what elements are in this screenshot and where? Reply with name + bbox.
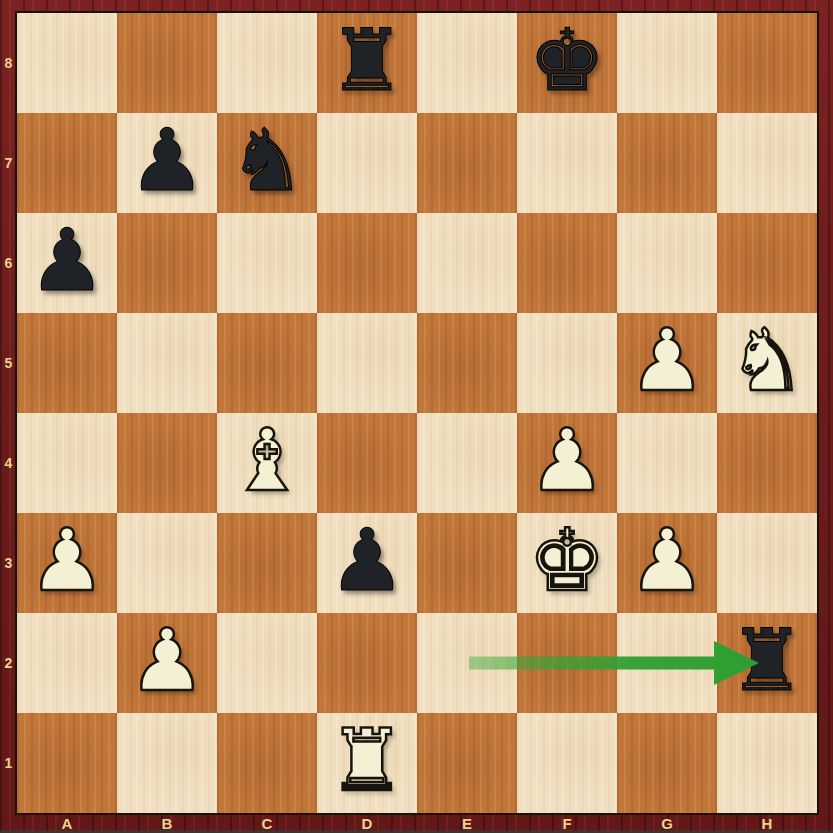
- square-g7[interactable]: [617, 113, 717, 213]
- square-h2[interactable]: ♜: [717, 613, 817, 713]
- square-b6[interactable]: [117, 213, 217, 313]
- square-c1[interactable]: [217, 713, 317, 813]
- square-e7[interactable]: [417, 113, 517, 213]
- square-a4[interactable]: [17, 413, 117, 513]
- square-b3[interactable]: [117, 513, 217, 613]
- file-label-G: G: [617, 813, 717, 833]
- piece-white-pawn-g3[interactable]: ♟: [628, 510, 705, 610]
- piece-black-pawn-a6[interactable]: ♟: [28, 210, 105, 310]
- square-a5[interactable]: [17, 313, 117, 413]
- square-f1[interactable]: [517, 713, 617, 813]
- square-c8[interactable]: [217, 13, 317, 113]
- square-f6[interactable]: [517, 213, 617, 313]
- file-label-H: H: [717, 813, 817, 833]
- square-b1[interactable]: [117, 713, 217, 813]
- square-a7[interactable]: [17, 113, 117, 213]
- file-labels: ABCDEFGH: [17, 813, 817, 833]
- piece-black-knight-c7[interactable]: ♞: [228, 110, 305, 210]
- square-a2[interactable]: [17, 613, 117, 713]
- square-b2[interactable]: ♟: [117, 613, 217, 713]
- square-a6[interactable]: ♟: [17, 213, 117, 313]
- square-g4[interactable]: [617, 413, 717, 513]
- square-d1[interactable]: ♜: [317, 713, 417, 813]
- square-c2[interactable]: [217, 613, 317, 713]
- square-g1[interactable]: [617, 713, 717, 813]
- square-h8[interactable]: [717, 13, 817, 113]
- square-c4[interactable]: ♝: [217, 413, 317, 513]
- square-b5[interactable]: [117, 313, 217, 413]
- square-h6[interactable]: [717, 213, 817, 313]
- square-b8[interactable]: [117, 13, 217, 113]
- square-b7[interactable]: ♟: [117, 113, 217, 213]
- square-b4[interactable]: [117, 413, 217, 513]
- file-label-B: B: [117, 813, 217, 833]
- file-label-E: E: [417, 813, 517, 833]
- piece-white-king-f3[interactable]: ♚: [528, 510, 605, 610]
- square-g2[interactable]: [617, 613, 717, 713]
- square-g3[interactable]: ♟: [617, 513, 717, 613]
- piece-black-rook-h2[interactable]: ♜: [728, 610, 805, 710]
- chess-board[interactable]: ♜♚♟♞♟♟♞♝♟♟♟♚♟♟♜♜: [15, 11, 819, 815]
- square-d2[interactable]: [317, 613, 417, 713]
- square-g8[interactable]: [617, 13, 717, 113]
- square-e4[interactable]: [417, 413, 517, 513]
- square-h3[interactable]: [717, 513, 817, 613]
- square-a8[interactable]: [17, 13, 117, 113]
- file-label-A: A: [17, 813, 117, 833]
- piece-white-pawn-f4[interactable]: ♟: [528, 410, 605, 510]
- file-label-F: F: [517, 813, 617, 833]
- square-a3[interactable]: ♟: [17, 513, 117, 613]
- square-f7[interactable]: [517, 113, 617, 213]
- piece-white-pawn-a3[interactable]: ♟: [28, 510, 105, 610]
- square-f4[interactable]: ♟: [517, 413, 617, 513]
- square-a1[interactable]: [17, 713, 117, 813]
- square-h5[interactable]: ♞: [717, 313, 817, 413]
- piece-white-knight-h5[interactable]: ♞: [728, 310, 805, 410]
- square-f5[interactable]: [517, 313, 617, 413]
- piece-white-pawn-g5[interactable]: ♟: [628, 310, 705, 410]
- piece-white-pawn-b2[interactable]: ♟: [128, 610, 205, 710]
- square-c5[interactable]: [217, 313, 317, 413]
- square-e1[interactable]: [417, 713, 517, 813]
- square-h7[interactable]: [717, 113, 817, 213]
- square-h4[interactable]: [717, 413, 817, 513]
- square-c6[interactable]: [217, 213, 317, 313]
- square-e2[interactable]: [417, 613, 517, 713]
- square-e3[interactable]: [417, 513, 517, 613]
- piece-black-rook-d8[interactable]: ♜: [328, 10, 405, 110]
- piece-black-pawn-d3[interactable]: ♟: [328, 510, 405, 610]
- square-f8[interactable]: ♚: [517, 13, 617, 113]
- board-frame: 87654321 ♜♚♟♞♟♟♞♝♟♟♟♚♟♟♜♜ ABCDEFGH: [0, 0, 833, 833]
- square-d4[interactable]: [317, 413, 417, 513]
- square-g5[interactable]: ♟: [617, 313, 717, 413]
- square-c3[interactable]: [217, 513, 317, 613]
- square-d5[interactable]: [317, 313, 417, 413]
- square-f3[interactable]: ♚: [517, 513, 617, 613]
- square-g6[interactable]: [617, 213, 717, 313]
- square-e8[interactable]: [417, 13, 517, 113]
- file-label-D: D: [317, 813, 417, 833]
- square-e6[interactable]: [417, 213, 517, 313]
- square-h1[interactable]: [717, 713, 817, 813]
- file-label-C: C: [217, 813, 317, 833]
- piece-white-bishop-c4[interactable]: ♝: [228, 410, 305, 510]
- piece-black-king-f8[interactable]: ♚: [528, 10, 605, 110]
- piece-white-rook-d1[interactable]: ♜: [328, 710, 405, 810]
- square-d3[interactable]: ♟: [317, 513, 417, 613]
- square-e5[interactable]: [417, 313, 517, 413]
- square-d6[interactable]: [317, 213, 417, 313]
- square-d7[interactable]: [317, 113, 417, 213]
- piece-black-pawn-b7[interactable]: ♟: [128, 110, 205, 210]
- square-f2[interactable]: [517, 613, 617, 713]
- square-c7[interactable]: ♞: [217, 113, 317, 213]
- square-d8[interactable]: ♜: [317, 13, 417, 113]
